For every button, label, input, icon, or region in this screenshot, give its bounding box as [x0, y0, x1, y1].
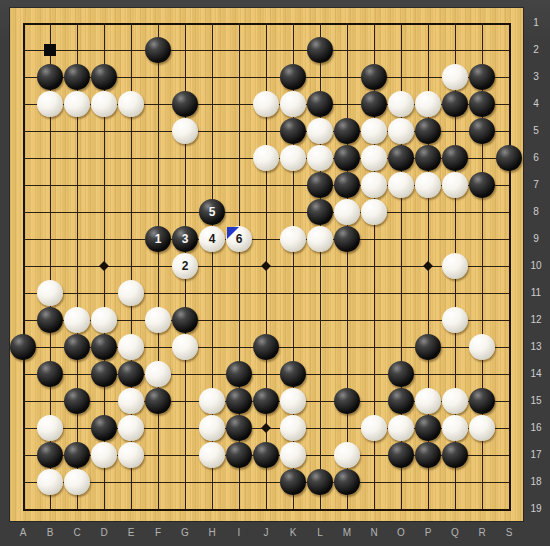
white-stone-N6 [361, 145, 387, 171]
black-stone-R7 [469, 172, 495, 198]
white-stone-K9 [280, 226, 306, 252]
triangle-marker-I9 [227, 227, 239, 239]
row-label-9: 9 [524, 233, 548, 244]
white-stone-G10: 2 [172, 253, 198, 279]
white-stone-Q12 [442, 307, 468, 333]
black-stone-Q17 [442, 442, 468, 468]
white-stone-Q10 [442, 253, 468, 279]
black-stone-J13 [253, 334, 279, 360]
white-stone-E17 [118, 442, 144, 468]
white-stone-Q7 [442, 172, 468, 198]
white-stone-B16 [37, 415, 63, 441]
star-point-J16 [261, 423, 271, 433]
white-stone-P4 [415, 91, 441, 117]
black-stone-R5 [469, 118, 495, 144]
black-stone-R15 [469, 388, 495, 414]
white-stone-D4 [91, 91, 117, 117]
black-stone-Q6 [442, 145, 468, 171]
col-label-K: K [283, 527, 303, 538]
grid-line-vertical [509, 23, 511, 510]
col-label-N: N [364, 527, 384, 538]
white-stone-L6 [307, 145, 333, 171]
grid-line-horizontal [23, 293, 511, 294]
col-label-D: D [94, 527, 114, 538]
white-stone-K16 [280, 415, 306, 441]
black-stone-C13 [64, 334, 90, 360]
row-label-14: 14 [524, 368, 548, 379]
white-stone-P15 [415, 388, 441, 414]
black-stone-D14 [91, 361, 117, 387]
black-stone-O17 [388, 442, 414, 468]
black-stone-I17 [226, 442, 252, 468]
black-stone-B12 [37, 307, 63, 333]
white-stone-N7 [361, 172, 387, 198]
black-stone-K3 [280, 64, 306, 90]
black-stone-G4 [172, 91, 198, 117]
row-label-1: 1 [524, 17, 548, 28]
col-label-H: H [202, 527, 222, 538]
col-label-Q: Q [445, 527, 465, 538]
go-board[interactable]: 513462 [10, 8, 523, 521]
black-stone-M7 [334, 172, 360, 198]
star-point-D10 [99, 261, 109, 271]
row-label-17: 17 [524, 449, 548, 460]
black-stone-F2 [145, 37, 171, 63]
row-label-15: 15 [524, 395, 548, 406]
white-stone-O7 [388, 172, 414, 198]
black-stone-K5 [280, 118, 306, 144]
white-stone-N5 [361, 118, 387, 144]
black-stone-J17 [253, 442, 279, 468]
white-stone-P7 [415, 172, 441, 198]
white-stone-L9 [307, 226, 333, 252]
grid-line-horizontal [23, 23, 511, 25]
white-stone-E13 [118, 334, 144, 360]
row-label-6: 6 [524, 152, 548, 163]
black-stone-M5 [334, 118, 360, 144]
white-stone-K15 [280, 388, 306, 414]
col-label-P: P [418, 527, 438, 538]
white-stone-H15 [199, 388, 225, 414]
col-label-G: G [175, 527, 195, 538]
row-label-4: 4 [524, 98, 548, 109]
grid-line-horizontal [23, 509, 511, 511]
white-stone-D17 [91, 442, 117, 468]
white-stone-O5 [388, 118, 414, 144]
grid-line-horizontal [23, 212, 511, 213]
black-stone-I14 [226, 361, 252, 387]
black-stone-I15 [226, 388, 252, 414]
row-label-16: 16 [524, 422, 548, 433]
col-label-E: E [121, 527, 141, 538]
black-stone-I16 [226, 415, 252, 441]
white-stone-O4 [388, 91, 414, 117]
black-stone-K18 [280, 469, 306, 495]
black-stone-D16 [91, 415, 117, 441]
white-stone-B4 [37, 91, 63, 117]
row-label-13: 13 [524, 341, 548, 352]
grid-line-horizontal [23, 239, 511, 240]
white-stone-J4 [253, 91, 279, 117]
white-stone-K17 [280, 442, 306, 468]
white-stone-N16 [361, 415, 387, 441]
black-stone-L18 [307, 469, 333, 495]
white-stone-R16 [469, 415, 495, 441]
white-stone-L5 [307, 118, 333, 144]
white-stone-K6 [280, 145, 306, 171]
black-stone-F9: 1 [145, 226, 171, 252]
black-stone-P6 [415, 145, 441, 171]
white-stone-C18 [64, 469, 90, 495]
white-stone-Q15 [442, 388, 468, 414]
white-stone-E15 [118, 388, 144, 414]
black-stone-L4 [307, 91, 333, 117]
white-stone-O16 [388, 415, 414, 441]
row-label-11: 11 [524, 287, 548, 298]
white-stone-C4 [64, 91, 90, 117]
black-stone-F15 [145, 388, 171, 414]
black-stone-P16 [415, 415, 441, 441]
white-stone-R13 [469, 334, 495, 360]
white-stone-D12 [91, 307, 117, 333]
window-background: 513462 ABCDEFGHIJKLMNOPQRS 1234567891011… [0, 0, 550, 546]
black-stone-E14 [118, 361, 144, 387]
white-stone-N8 [361, 199, 387, 225]
white-stone-J6 [253, 145, 279, 171]
black-stone-P5 [415, 118, 441, 144]
black-stone-K14 [280, 361, 306, 387]
black-stone-D3 [91, 64, 117, 90]
white-stone-H16 [199, 415, 225, 441]
col-label-C: C [67, 527, 87, 538]
black-stone-H8: 5 [199, 199, 225, 225]
col-label-J: J [256, 527, 276, 538]
col-label-L: L [310, 527, 330, 538]
white-stone-B11 [37, 280, 63, 306]
row-label-10: 10 [524, 260, 548, 271]
black-stone-B14 [37, 361, 63, 387]
white-stone-G13 [172, 334, 198, 360]
row-label-5: 5 [524, 125, 548, 136]
black-stone-N3 [361, 64, 387, 90]
black-stone-O14 [388, 361, 414, 387]
star-point-P10 [423, 261, 433, 271]
white-stone-M8 [334, 199, 360, 225]
black-stone-P13 [415, 334, 441, 360]
white-stone-Q16 [442, 415, 468, 441]
white-stone-E4 [118, 91, 144, 117]
white-stone-H17 [199, 442, 225, 468]
black-stone-M18 [334, 469, 360, 495]
col-label-I: I [229, 527, 249, 538]
black-stone-G9: 3 [172, 226, 198, 252]
white-stone-F14 [145, 361, 171, 387]
go-app: { "game": "go", "board": { "size": 19, "… [0, 0, 550, 546]
black-stone-D13 [91, 334, 117, 360]
col-label-A: A [13, 527, 33, 538]
grid-line-vertical [347, 23, 348, 510]
row-label-7: 7 [524, 179, 548, 190]
black-stone-B17 [37, 442, 63, 468]
black-stone-G12 [172, 307, 198, 333]
square-marker-B2 [44, 44, 56, 56]
black-stone-R3 [469, 64, 495, 90]
white-stone-Q3 [442, 64, 468, 90]
white-stone-C12 [64, 307, 90, 333]
black-stone-O6 [388, 145, 414, 171]
black-stone-Q4 [442, 91, 468, 117]
grid-line-horizontal [23, 50, 511, 51]
black-stone-L2 [307, 37, 333, 63]
black-stone-L7 [307, 172, 333, 198]
black-stone-C17 [64, 442, 90, 468]
black-stone-C15 [64, 388, 90, 414]
black-stone-L8 [307, 199, 333, 225]
row-label-18: 18 [524, 476, 548, 487]
col-label-B: B [40, 527, 60, 538]
row-label-19: 19 [524, 503, 548, 514]
star-point-J10 [261, 261, 271, 271]
white-stone-B18 [37, 469, 63, 495]
black-stone-C3 [64, 64, 90, 90]
white-stone-E11 [118, 280, 144, 306]
col-label-M: M [337, 527, 357, 538]
white-stone-K4 [280, 91, 306, 117]
col-label-F: F [148, 527, 168, 538]
black-stone-J15 [253, 388, 279, 414]
white-stone-G5 [172, 118, 198, 144]
black-stone-M6 [334, 145, 360, 171]
black-stone-R4 [469, 91, 495, 117]
black-stone-M9 [334, 226, 360, 252]
black-stone-S6 [496, 145, 522, 171]
black-stone-O15 [388, 388, 414, 414]
row-label-8: 8 [524, 206, 548, 217]
row-label-12: 12 [524, 314, 548, 325]
white-stone-H9: 4 [199, 226, 225, 252]
row-label-2: 2 [524, 44, 548, 55]
col-label-S: S [499, 527, 519, 538]
black-stone-N4 [361, 91, 387, 117]
col-label-O: O [391, 527, 411, 538]
row-label-3: 3 [524, 71, 548, 82]
black-stone-M15 [334, 388, 360, 414]
white-stone-E16 [118, 415, 144, 441]
white-stone-F12 [145, 307, 171, 333]
grid-line-horizontal [23, 482, 511, 483]
black-stone-P17 [415, 442, 441, 468]
black-stone-B3 [37, 64, 63, 90]
col-label-R: R [472, 527, 492, 538]
white-stone-M17 [334, 442, 360, 468]
black-stone-A13 [10, 334, 36, 360]
